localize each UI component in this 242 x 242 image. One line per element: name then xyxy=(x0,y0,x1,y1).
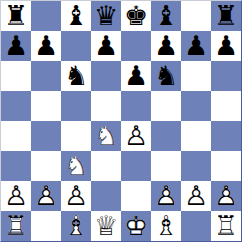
black-pawn[interactable]: ♟ xyxy=(211,31,241,61)
black-queen[interactable]: ♛ xyxy=(91,1,121,31)
black-knight-glyph: ♞ xyxy=(61,61,91,91)
black-pawn[interactable]: ♟ xyxy=(121,61,151,91)
square-h7[interactable]: ♟ xyxy=(211,31,241,61)
black-pawn-glyph: ♟ xyxy=(31,31,61,61)
black-bishop-glyph: ♝ xyxy=(151,1,181,31)
square-b7[interactable]: ♟ xyxy=(31,31,61,61)
white-rook-outline: ♖ xyxy=(211,211,241,241)
white-queen-outline: ♕ xyxy=(91,211,121,241)
square-h6[interactable] xyxy=(211,61,241,91)
square-a4[interactable] xyxy=(1,121,31,151)
white-bishop-outline: ♗ xyxy=(151,211,181,241)
white-pawn[interactable]: ♟♙ xyxy=(181,181,211,211)
square-e4[interactable]: ♟♙ xyxy=(121,121,151,151)
black-pawn[interactable]: ♟ xyxy=(151,31,181,61)
square-g5[interactable] xyxy=(181,91,211,121)
square-c4[interactable] xyxy=(61,121,91,151)
white-rook[interactable]: ♜♖ xyxy=(1,211,31,241)
square-b2[interactable]: ♟♙ xyxy=(31,181,61,211)
black-rook-glyph: ♜ xyxy=(1,1,31,31)
black-bishop[interactable]: ♝ xyxy=(61,1,91,31)
white-pawn-outline: ♙ xyxy=(1,181,31,211)
white-pawn[interactable]: ♟♙ xyxy=(121,121,151,151)
black-pawn-glyph: ♟ xyxy=(211,31,241,61)
square-h3[interactable] xyxy=(211,151,241,181)
white-pawn[interactable]: ♟♙ xyxy=(151,181,181,211)
square-a7[interactable]: ♟ xyxy=(1,31,31,61)
white-pawn[interactable]: ♟♙ xyxy=(1,181,31,211)
square-e7[interactable] xyxy=(121,31,151,61)
square-c8[interactable]: ♝ xyxy=(61,1,91,31)
square-c3[interactable]: ♞♘ xyxy=(61,151,91,181)
square-a5[interactable] xyxy=(1,91,31,121)
white-pawn[interactable]: ♟♙ xyxy=(211,181,241,211)
white-knight-outline: ♘ xyxy=(91,121,121,151)
square-f8[interactable]: ♝ xyxy=(151,1,181,31)
square-c1[interactable]: ♝♗ xyxy=(61,211,91,241)
white-rook[interactable]: ♜♖ xyxy=(211,211,241,241)
square-g7[interactable]: ♟ xyxy=(181,31,211,61)
black-bishop-glyph: ♝ xyxy=(61,1,91,31)
square-g8[interactable] xyxy=(181,1,211,31)
square-a3[interactable] xyxy=(1,151,31,181)
square-a2[interactable]: ♟♙ xyxy=(1,181,31,211)
square-d8[interactable]: ♛ xyxy=(91,1,121,31)
square-e3[interactable] xyxy=(121,151,151,181)
square-f2[interactable]: ♟♙ xyxy=(151,181,181,211)
square-f3[interactable] xyxy=(151,151,181,181)
black-king-glyph: ♚ xyxy=(121,1,151,31)
chess-board: ♜♝♛♚♝♜♟♟♟♟♟♟♞♟♞♞♘♟♙♞♘♟♙♟♙♟♙♟♙♟♙♟♙♜♖♝♗♛♕♚… xyxy=(0,0,242,242)
square-a1[interactable]: ♜♖ xyxy=(1,211,31,241)
square-c5[interactable] xyxy=(61,91,91,121)
square-c7[interactable] xyxy=(61,31,91,61)
black-pawn-glyph: ♟ xyxy=(91,31,121,61)
white-queen[interactable]: ♛♕ xyxy=(91,211,121,241)
square-b1[interactable] xyxy=(31,211,61,241)
white-knight[interactable]: ♞♘ xyxy=(91,121,121,151)
square-e8[interactable]: ♚ xyxy=(121,1,151,31)
square-d4[interactable]: ♞♘ xyxy=(91,121,121,151)
square-d6[interactable] xyxy=(91,61,121,91)
square-d3[interactable] xyxy=(91,151,121,181)
square-b4[interactable] xyxy=(31,121,61,151)
square-b5[interactable] xyxy=(31,91,61,121)
square-e5[interactable] xyxy=(121,91,151,121)
black-knight[interactable]: ♞ xyxy=(61,61,91,91)
white-pawn-outline: ♙ xyxy=(151,181,181,211)
square-f6[interactable]: ♞ xyxy=(151,61,181,91)
square-c6[interactable]: ♞ xyxy=(61,61,91,91)
white-pawn-outline: ♙ xyxy=(181,181,211,211)
square-b3[interactable] xyxy=(31,151,61,181)
black-knight-glyph: ♞ xyxy=(151,61,181,91)
black-pawn[interactable]: ♟ xyxy=(91,31,121,61)
square-h2[interactable]: ♟♙ xyxy=(211,181,241,211)
black-rook-glyph: ♜ xyxy=(211,1,241,31)
white-knight[interactable]: ♞♘ xyxy=(61,151,91,181)
square-h4[interactable] xyxy=(211,121,241,151)
square-f1[interactable]: ♝♗ xyxy=(151,211,181,241)
square-h1[interactable]: ♜♖ xyxy=(211,211,241,241)
square-c2[interactable]: ♟♙ xyxy=(61,181,91,211)
white-pawn-outline: ♙ xyxy=(61,181,91,211)
black-pawn-glyph: ♟ xyxy=(151,31,181,61)
square-f7[interactable]: ♟ xyxy=(151,31,181,61)
square-e2[interactable] xyxy=(121,181,151,211)
white-pawn[interactable]: ♟♙ xyxy=(61,181,91,211)
white-pawn[interactable]: ♟♙ xyxy=(31,181,61,211)
black-rook[interactable]: ♜ xyxy=(211,1,241,31)
square-g3[interactable] xyxy=(181,151,211,181)
square-e1[interactable]: ♚♔ xyxy=(121,211,151,241)
black-knight[interactable]: ♞ xyxy=(151,61,181,91)
white-bishop[interactable]: ♝♗ xyxy=(151,211,181,241)
black-pawn[interactable]: ♟ xyxy=(181,31,211,61)
black-pawn-glyph: ♟ xyxy=(181,31,211,61)
square-f5[interactable] xyxy=(151,91,181,121)
black-bishop[interactable]: ♝ xyxy=(151,1,181,31)
black-pawn[interactable]: ♟ xyxy=(31,31,61,61)
square-d5[interactable] xyxy=(91,91,121,121)
white-pawn-outline: ♙ xyxy=(211,181,241,211)
square-d2[interactable] xyxy=(91,181,121,211)
square-g6[interactable] xyxy=(181,61,211,91)
black-pawn[interactable]: ♟ xyxy=(1,31,31,61)
black-king[interactable]: ♚ xyxy=(121,1,151,31)
white-king-outline: ♔ xyxy=(121,211,151,241)
white-pawn-outline: ♙ xyxy=(121,121,151,151)
square-g1[interactable] xyxy=(181,211,211,241)
square-b6[interactable] xyxy=(31,61,61,91)
black-queen-glyph: ♛ xyxy=(91,1,121,31)
black-pawn-glyph: ♟ xyxy=(1,31,31,61)
square-a8[interactable]: ♜ xyxy=(1,1,31,31)
white-rook-outline: ♖ xyxy=(1,211,31,241)
square-h5[interactable] xyxy=(211,91,241,121)
square-g4[interactable] xyxy=(181,121,211,151)
square-f4[interactable] xyxy=(151,121,181,151)
white-knight-outline: ♘ xyxy=(61,151,91,181)
black-rook[interactable]: ♜ xyxy=(1,1,31,31)
square-g2[interactable]: ♟♙ xyxy=(181,181,211,211)
square-e6[interactable]: ♟ xyxy=(121,61,151,91)
square-d1[interactable]: ♛♕ xyxy=(91,211,121,241)
white-king[interactable]: ♚♔ xyxy=(121,211,151,241)
black-pawn-glyph: ♟ xyxy=(121,61,151,91)
square-h8[interactable]: ♜ xyxy=(211,1,241,31)
square-a6[interactable] xyxy=(1,61,31,91)
white-bishop-outline: ♗ xyxy=(61,211,91,241)
square-d7[interactable]: ♟ xyxy=(91,31,121,61)
white-bishop[interactable]: ♝♗ xyxy=(61,211,91,241)
square-b8[interactable] xyxy=(31,1,61,31)
white-pawn-outline: ♙ xyxy=(31,181,61,211)
